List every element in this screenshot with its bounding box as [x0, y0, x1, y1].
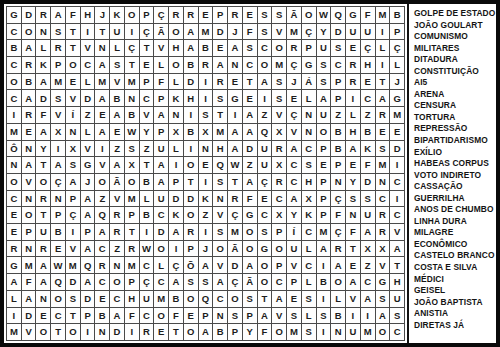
grid-cell: E	[95, 107, 109, 123]
grid-cell: N	[125, 90, 139, 106]
grid-cell: G	[376, 274, 390, 290]
grid-cell: U	[317, 40, 331, 56]
grid-cell: H	[302, 174, 316, 190]
grid-cell: O	[258, 57, 272, 73]
grid-cell: W	[51, 257, 65, 273]
grid-cell: N	[51, 191, 65, 207]
grid-cell: A	[22, 90, 36, 106]
grid-cell: I	[81, 24, 95, 40]
grid-cell: G	[7, 257, 21, 273]
grid-cell: V	[272, 308, 286, 324]
grid-cell: R	[184, 224, 198, 240]
grid-cell: A	[361, 291, 375, 307]
grid-cell: T	[376, 74, 390, 90]
grid-cell: M	[95, 74, 109, 90]
grid-cell: V	[390, 224, 404, 240]
grid-cell: S	[110, 57, 124, 73]
grid-cell: U	[317, 107, 331, 123]
grid-cell: Ç	[154, 7, 168, 23]
grid-cell: H	[169, 40, 183, 56]
grid-cell: B	[390, 7, 404, 23]
grid-cell: V	[66, 241, 80, 257]
grid-cell: R	[272, 141, 286, 157]
grid-cell: S	[199, 274, 213, 290]
grid-cell: R	[22, 57, 36, 73]
grid-cell: V	[287, 257, 301, 273]
grid-cell: A	[51, 7, 65, 23]
grid-cell: I	[258, 90, 272, 106]
grid-cell: X	[272, 207, 286, 223]
grid-cell: R	[376, 107, 390, 123]
grid-cell: P	[51, 57, 65, 73]
grid-cell: O	[331, 274, 345, 290]
grid-cell: H	[361, 57, 375, 73]
grid-cell: F	[125, 308, 139, 324]
grid-cell: M	[287, 324, 301, 340]
grid-cell: E	[95, 291, 109, 307]
grid-cell: H	[346, 124, 360, 140]
grid-cell: L	[346, 107, 360, 123]
grid-cell: E	[199, 157, 213, 173]
grid-cell: O	[154, 241, 168, 257]
grid-cell: Z	[95, 191, 109, 207]
grid-cell: B	[199, 40, 213, 56]
grid-cell: P	[199, 308, 213, 324]
grid-cell: P	[140, 74, 154, 90]
grid-cell: Í	[287, 224, 301, 240]
grid-cell: A	[22, 40, 36, 56]
grid-cell: B	[317, 274, 331, 290]
grid-cell: J	[95, 7, 109, 23]
grid-cell: F	[258, 324, 272, 340]
grid-cell: T	[346, 241, 360, 257]
grid-cell: O	[184, 324, 198, 340]
grid-cell: U	[287, 241, 301, 257]
grid-cell: G	[302, 57, 316, 73]
grid-cell: M	[287, 24, 301, 40]
grid-cell: O	[51, 291, 65, 307]
grid-cell: E	[258, 191, 272, 207]
grid-cell: B	[184, 57, 198, 73]
grid-cell: G	[346, 7, 360, 23]
grid-cell: X	[199, 124, 213, 140]
grid-cell: C	[7, 90, 21, 106]
grid-cell: I	[51, 141, 65, 157]
grid-cell: C	[140, 308, 154, 324]
grid-cell: S	[302, 157, 316, 173]
grid-cell: S	[258, 7, 272, 23]
grid-cell: T	[66, 308, 80, 324]
grid-cell: B	[169, 291, 183, 307]
grid-cell: C	[390, 207, 404, 223]
grid-cell: O	[66, 324, 80, 340]
grid-cell: P	[125, 207, 139, 223]
grid-cell: A	[81, 274, 95, 290]
grid-cell: V	[66, 90, 80, 106]
grid-cell: I	[376, 24, 390, 40]
grid-cell: E	[243, 90, 257, 106]
grid-cell: O	[36, 324, 50, 340]
grid-cell: P	[169, 174, 183, 190]
grid-cell: I	[317, 257, 331, 273]
grid-cell: I	[346, 308, 360, 324]
grid-cell: E	[110, 124, 124, 140]
grid-cell: O	[272, 40, 286, 56]
grid-cell: Ç	[228, 274, 242, 290]
grid-cell: T	[228, 174, 242, 190]
word-list-item: COMUNISMO	[414, 31, 495, 43]
grid-cell: N	[331, 324, 345, 340]
grid-cell: B	[22, 74, 36, 90]
grid-cell: C	[361, 90, 375, 106]
grid-cell: A	[22, 157, 36, 173]
grid-cell: C	[302, 257, 316, 273]
grid-cell: Y	[287, 207, 301, 223]
grid-cell: F	[169, 308, 183, 324]
grid-cell: Ç	[228, 207, 242, 223]
grid-cell: E	[243, 7, 257, 23]
grid-cell: B	[140, 174, 154, 190]
grid-cell: E	[213, 40, 227, 56]
grid-cell: L	[302, 241, 316, 257]
grid-cell: A	[376, 90, 390, 106]
grid-cell: L	[169, 74, 183, 90]
grid-cell: N	[66, 124, 80, 140]
grid-cell: U	[36, 224, 50, 240]
grid-cell: N	[22, 241, 36, 257]
grid-cell: I	[66, 224, 80, 240]
grid-cell: O	[125, 174, 139, 190]
grid-cell: M	[125, 257, 139, 273]
grid-cell: I	[361, 308, 375, 324]
grid-cell: H	[390, 274, 404, 290]
grid-cell: Z	[243, 157, 257, 173]
grid-cell: T	[140, 40, 154, 56]
word-list-item: CONSTITUIÇÃO	[414, 66, 495, 78]
grid-cell: V	[110, 74, 124, 90]
grid-cell: S	[258, 224, 272, 240]
grid-cell: R	[22, 107, 36, 123]
grid-cell: T	[95, 24, 109, 40]
grid-cell: Z	[110, 241, 124, 257]
grid-cell: P	[140, 7, 154, 23]
grid-cell: J	[390, 74, 404, 90]
grid-cell: B	[331, 308, 345, 324]
grid-cell: T	[36, 157, 50, 173]
grid-cell: Z	[199, 207, 213, 223]
grid-cell: V	[22, 324, 36, 340]
grid-cell: S	[213, 90, 227, 106]
grid-cell: G	[390, 90, 404, 106]
grid-cell: M	[199, 24, 213, 40]
grid-cell: T	[390, 257, 404, 273]
grid-cell: S	[272, 74, 286, 90]
grid-cell: A	[154, 174, 168, 190]
grid-cell: D	[81, 291, 95, 307]
grid-cell: C	[154, 207, 168, 223]
grid-cell: S	[302, 291, 316, 307]
grid-cell: P	[272, 257, 286, 273]
grid-cell: C	[331, 57, 345, 73]
grid-cell: U	[110, 24, 124, 40]
grid-cell: K	[110, 7, 124, 23]
grid-cell: E	[346, 157, 360, 173]
grid-cell: A	[22, 291, 36, 307]
grid-cell: I	[125, 324, 139, 340]
grid-cell: P	[184, 241, 198, 257]
grid-cell: T	[213, 107, 227, 123]
grid-cell: S	[331, 40, 345, 56]
grid-cell: R	[36, 191, 50, 207]
grid-cell: O	[184, 291, 198, 307]
grid-cell: Ç	[169, 257, 183, 273]
grid-cell: L	[110, 40, 124, 56]
grid-cell: Ã	[287, 7, 301, 23]
grid-cell: K	[169, 207, 183, 223]
grid-cell: O	[184, 157, 198, 173]
grid-cell: D	[228, 257, 242, 273]
grid-cell: N	[7, 157, 21, 173]
grid-cell: M	[22, 257, 36, 273]
grid-cell: C	[140, 257, 154, 273]
grid-cell: S	[51, 24, 65, 40]
grid-cell: A	[361, 224, 375, 240]
grid-cell: O	[184, 207, 198, 223]
grid-cell: R	[376, 207, 390, 223]
grid-cell: S	[376, 291, 390, 307]
word-list-item: HABEAS CORPUS	[414, 158, 495, 170]
grid-cell: M	[228, 224, 242, 240]
grid-cell: R	[199, 57, 213, 73]
grid-cell: N	[110, 257, 124, 273]
grid-cell: B	[7, 40, 21, 56]
grid-cell: R	[346, 57, 360, 73]
grid-cell: R	[228, 191, 242, 207]
grid-cell: M	[213, 124, 227, 140]
grid-cell: P	[154, 90, 168, 106]
grid-cell: T	[66, 24, 80, 40]
grid-cell: Ç	[302, 24, 316, 40]
grid-cell: K	[361, 141, 375, 157]
grid-cell: I	[346, 90, 360, 106]
grid-cell: S	[361, 191, 375, 207]
grid-cell: T	[243, 74, 257, 90]
grid-cell: A	[36, 74, 50, 90]
grid-cell: B	[184, 124, 198, 140]
grid-cell: I	[199, 224, 213, 240]
word-list-item: ARENA	[414, 89, 495, 101]
grid-cell: B	[125, 107, 139, 123]
grid-cell: Q	[331, 7, 345, 23]
grid-cell: Z	[361, 257, 375, 273]
grid-cell: Ç	[331, 191, 345, 207]
word-list-item: ANOS DE CHUMBO	[414, 204, 495, 216]
grid-cell: M	[376, 7, 390, 23]
grid-cell: N	[346, 207, 360, 223]
grid-cell: A	[287, 191, 301, 207]
grid-cell: S	[51, 90, 65, 106]
grid-cell: I	[199, 74, 213, 90]
grid-cell: Ç	[331, 224, 345, 240]
grid-cell: G	[258, 241, 272, 257]
letter-grid: GDRAFHJKOPÇRREPRESSÃOWQGFMBCONSTITUIÇÃOA…	[6, 6, 405, 341]
grid-cell: U	[154, 191, 168, 207]
grid-cell: S	[213, 224, 227, 240]
grid-cell: Ç	[390, 40, 404, 56]
grid-cell: M	[7, 124, 21, 140]
grid-cell: L	[154, 257, 168, 273]
grid-cell: I	[184, 141, 198, 157]
grid-cell: D	[22, 308, 36, 324]
grid-cell: N	[95, 324, 109, 340]
grid-cell: R	[51, 40, 65, 56]
grid-cell: N	[302, 107, 316, 123]
grid-cell: T	[51, 324, 65, 340]
grid-cell: Ç	[66, 207, 80, 223]
grid-cell: Y	[243, 324, 257, 340]
grid-cell: V	[346, 291, 360, 307]
grid-cell: V	[213, 207, 227, 223]
grid-cell: N	[22, 191, 36, 207]
grid-cell: E	[36, 308, 50, 324]
grid-cell: Z	[331, 107, 345, 123]
grid-cell: R	[140, 324, 154, 340]
grid-cell: A	[184, 24, 198, 40]
grid-cell: R	[95, 257, 109, 273]
word-list-item: REPRESSÃO	[414, 123, 495, 135]
grid-cell: C	[272, 191, 286, 207]
grid-cell: A	[228, 40, 242, 56]
grid-cell: X	[169, 124, 183, 140]
grid-cell: Z	[361, 107, 375, 123]
grid-cell: A	[258, 74, 272, 90]
grid-cell: Ç	[287, 57, 301, 73]
grid-cell: N	[302, 124, 316, 140]
grid-cell: V	[140, 107, 154, 123]
grid-cell: O	[317, 124, 331, 140]
grid-cell: F	[154, 74, 168, 90]
grid-cell: I	[7, 107, 21, 123]
grid-cell: D	[213, 24, 227, 40]
grid-cell: E	[287, 291, 301, 307]
grid-cell: E	[346, 257, 360, 273]
grid-cell: Y	[346, 174, 360, 190]
grid-cell: L	[36, 40, 50, 56]
grid-cell: O	[302, 7, 316, 23]
grid-cell: C	[390, 174, 404, 190]
grid-cell: E	[7, 224, 21, 240]
grid-cell: E	[154, 324, 168, 340]
grid-cell: V	[272, 24, 286, 40]
grid-cell: T	[66, 40, 80, 56]
word-list-item: CASSAÇÃO	[414, 181, 495, 193]
grid-cell: E	[390, 124, 404, 140]
grid-cell: L	[154, 57, 168, 73]
grid-cell: V	[272, 107, 286, 123]
grid-cell: A	[228, 141, 242, 157]
grid-cell: X	[302, 191, 316, 207]
grid-cell: S	[317, 74, 331, 90]
grid-cell: P	[66, 191, 80, 207]
grid-cell: N	[228, 57, 242, 73]
grid-cell: M	[7, 324, 21, 340]
grid-cell: O	[228, 291, 242, 307]
grid-cell: H	[81, 7, 95, 23]
grid-cell: N	[169, 107, 183, 123]
grid-cell: D	[154, 224, 168, 240]
grid-cell: I	[199, 90, 213, 106]
grid-cell: P	[81, 308, 95, 324]
grid-cell: C	[302, 224, 316, 240]
grid-cell: R	[272, 174, 286, 190]
grid-cell: A	[154, 107, 168, 123]
grid-cell: A	[331, 257, 345, 273]
grid-cell: Ã	[154, 24, 168, 40]
grid-cell: A	[243, 174, 257, 190]
grid-cell: C	[258, 207, 272, 223]
grid-cell: O	[125, 7, 139, 23]
grid-cell: A	[243, 107, 257, 123]
grid-cell: A	[213, 57, 227, 73]
grid-cell: D	[36, 90, 50, 106]
grid-cell: A	[110, 157, 124, 173]
grid-cell: I	[169, 241, 183, 257]
word-list-item: AI5	[414, 77, 495, 89]
grid-cell: R	[331, 241, 345, 257]
grid-cell: P	[390, 24, 404, 40]
grid-cell: D	[169, 191, 183, 207]
grid-cell: R	[184, 7, 198, 23]
grid-cell: Ã	[110, 174, 124, 190]
grid-cell: P	[272, 224, 286, 240]
grid-cell: H	[125, 291, 139, 307]
grid-cell: A	[154, 157, 168, 173]
grid-cell: L	[7, 291, 21, 307]
grid-cell: R	[346, 74, 360, 90]
grid-cell: K	[36, 57, 50, 73]
grid-cell: R	[110, 224, 124, 240]
grid-cell: B	[331, 124, 345, 140]
grid-cell: L	[81, 124, 95, 140]
grid-cell: R	[125, 241, 139, 257]
grid-cell: C	[7, 24, 21, 40]
grid-cell: V	[213, 257, 227, 273]
grid-cell: S	[317, 57, 331, 73]
grid-cell: E	[66, 74, 80, 90]
grid-cell: A	[7, 274, 21, 290]
grid-cell: K	[199, 191, 213, 207]
grid-cell: A	[243, 124, 257, 140]
grid-cell: Z	[81, 107, 95, 123]
grid-cell: B	[331, 141, 345, 157]
grid-cell: J	[199, 241, 213, 257]
grid-cell: A	[81, 191, 95, 207]
grid-cell: P	[243, 308, 257, 324]
grid-cell: V	[110, 191, 124, 207]
grid-cell: A	[81, 207, 95, 223]
grid-cell: A	[110, 107, 124, 123]
grid-cell: O	[22, 24, 36, 40]
grid-cell: O	[272, 241, 286, 257]
grid-cell: A	[346, 141, 360, 157]
grid-cell: E	[184, 308, 198, 324]
grid-cell: E	[51, 241, 65, 257]
grid-cell: P	[22, 224, 36, 240]
grid-cell: I	[317, 324, 331, 340]
grid-cell: A	[272, 291, 286, 307]
grid-cell: D	[331, 24, 345, 40]
grid-cell: W	[317, 7, 331, 23]
